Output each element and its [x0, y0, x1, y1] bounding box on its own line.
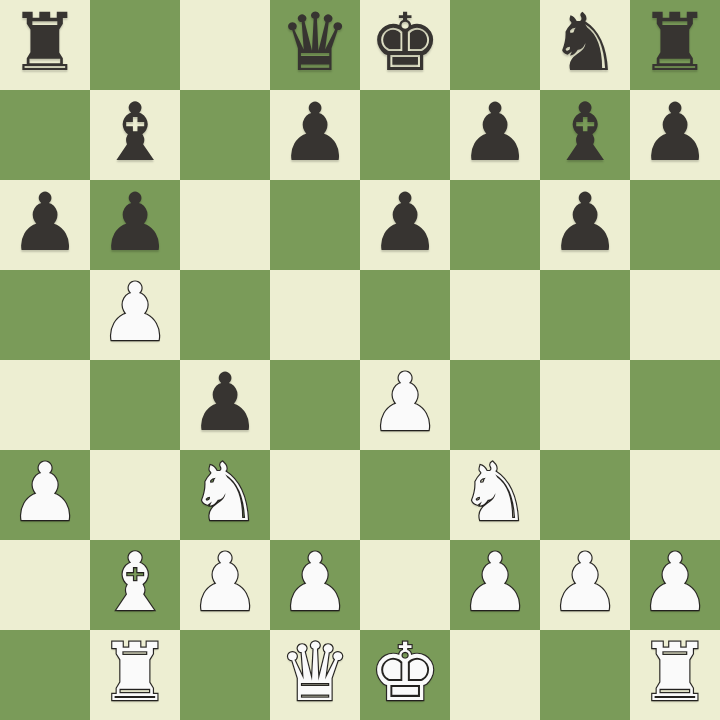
- square-f2[interactable]: ♟: [450, 540, 540, 630]
- square-e3[interactable]: [360, 450, 450, 540]
- square-b6[interactable]: ♟: [90, 180, 180, 270]
- square-d3[interactable]: [270, 450, 360, 540]
- piece-white-knight[interactable]: ♞: [189, 448, 261, 538]
- square-g7[interactable]: ♝: [540, 90, 630, 180]
- square-f8[interactable]: [450, 0, 540, 90]
- square-c8[interactable]: [180, 0, 270, 90]
- square-d8[interactable]: ♛: [270, 0, 360, 90]
- piece-black-knight[interactable]: ♞: [549, 0, 621, 88]
- piece-black-king[interactable]: ♚: [369, 0, 441, 88]
- square-a6[interactable]: ♟: [0, 180, 90, 270]
- square-c1[interactable]: [180, 630, 270, 720]
- square-f7[interactable]: ♟: [450, 90, 540, 180]
- square-a1[interactable]: [0, 630, 90, 720]
- square-g4[interactable]: [540, 360, 630, 450]
- piece-black-pawn[interactable]: ♟: [9, 178, 81, 268]
- square-d2[interactable]: ♟: [270, 540, 360, 630]
- square-g6[interactable]: ♟: [540, 180, 630, 270]
- piece-white-pawn[interactable]: ♟: [369, 358, 441, 448]
- square-e1[interactable]: ♚: [360, 630, 450, 720]
- square-b8[interactable]: [90, 0, 180, 90]
- piece-black-queen[interactable]: ♛: [279, 0, 351, 88]
- square-c6[interactable]: [180, 180, 270, 270]
- piece-white-pawn[interactable]: ♟: [549, 538, 621, 628]
- square-c7[interactable]: [180, 90, 270, 180]
- piece-black-pawn[interactable]: ♟: [369, 178, 441, 268]
- square-a5[interactable]: [0, 270, 90, 360]
- piece-black-pawn[interactable]: ♟: [279, 88, 351, 178]
- square-a8[interactable]: ♜: [0, 0, 90, 90]
- square-c2[interactable]: ♟: [180, 540, 270, 630]
- square-f4[interactable]: [450, 360, 540, 450]
- square-d1[interactable]: ♛: [270, 630, 360, 720]
- piece-black-pawn[interactable]: ♟: [99, 178, 171, 268]
- square-e7[interactable]: [360, 90, 450, 180]
- square-e5[interactable]: [360, 270, 450, 360]
- piece-black-pawn[interactable]: ♟: [549, 178, 621, 268]
- square-b1[interactable]: ♜: [90, 630, 180, 720]
- square-c3[interactable]: ♞: [180, 450, 270, 540]
- square-e8[interactable]: ♚: [360, 0, 450, 90]
- piece-black-rook[interactable]: ♜: [9, 0, 81, 88]
- square-h3[interactable]: [630, 450, 720, 540]
- piece-white-pawn[interactable]: ♟: [279, 538, 351, 628]
- square-a2[interactable]: [0, 540, 90, 630]
- square-b4[interactable]: [90, 360, 180, 450]
- square-h4[interactable]: [630, 360, 720, 450]
- piece-white-pawn[interactable]: ♟: [99, 268, 171, 358]
- piece-black-bishop[interactable]: ♝: [549, 88, 621, 178]
- square-h7[interactable]: ♟: [630, 90, 720, 180]
- square-d4[interactable]: [270, 360, 360, 450]
- square-f5[interactable]: [450, 270, 540, 360]
- piece-white-pawn[interactable]: ♟: [189, 538, 261, 628]
- square-g2[interactable]: ♟: [540, 540, 630, 630]
- piece-black-bishop[interactable]: ♝: [99, 88, 171, 178]
- square-c5[interactable]: [180, 270, 270, 360]
- square-c4[interactable]: ♟: [180, 360, 270, 450]
- square-g5[interactable]: [540, 270, 630, 360]
- square-g8[interactable]: ♞: [540, 0, 630, 90]
- square-f1[interactable]: [450, 630, 540, 720]
- square-h2[interactable]: ♟: [630, 540, 720, 630]
- piece-black-rook[interactable]: ♜: [639, 0, 711, 88]
- piece-white-pawn[interactable]: ♟: [9, 448, 81, 538]
- square-h6[interactable]: [630, 180, 720, 270]
- square-e2[interactable]: [360, 540, 450, 630]
- chess-board: ♜♛♚♞♜♝♟♟♝♟♟♟♟♟♟♟♟♟♞♞♝♟♟♟♟♟♜♛♚♜: [0, 0, 720, 720]
- square-a3[interactable]: ♟: [0, 450, 90, 540]
- piece-white-queen[interactable]: ♛: [279, 628, 351, 718]
- piece-white-knight[interactable]: ♞: [459, 448, 531, 538]
- piece-white-rook[interactable]: ♜: [99, 628, 171, 718]
- piece-white-pawn[interactable]: ♟: [459, 538, 531, 628]
- square-b3[interactable]: [90, 450, 180, 540]
- square-f6[interactable]: [450, 180, 540, 270]
- piece-white-rook[interactable]: ♜: [639, 628, 711, 718]
- square-a7[interactable]: [0, 90, 90, 180]
- square-g3[interactable]: [540, 450, 630, 540]
- square-b7[interactable]: ♝: [90, 90, 180, 180]
- square-b5[interactable]: ♟: [90, 270, 180, 360]
- piece-black-pawn[interactable]: ♟: [639, 88, 711, 178]
- square-h8[interactable]: ♜: [630, 0, 720, 90]
- square-d6[interactable]: [270, 180, 360, 270]
- square-h1[interactable]: ♜: [630, 630, 720, 720]
- square-h5[interactable]: [630, 270, 720, 360]
- square-g1[interactable]: [540, 630, 630, 720]
- square-d7[interactable]: ♟: [270, 90, 360, 180]
- piece-black-pawn[interactable]: ♟: [459, 88, 531, 178]
- piece-white-king[interactable]: ♚: [369, 628, 441, 718]
- square-a4[interactable]: [0, 360, 90, 450]
- square-d5[interactable]: [270, 270, 360, 360]
- square-e6[interactable]: ♟: [360, 180, 450, 270]
- square-f3[interactable]: ♞: [450, 450, 540, 540]
- square-e4[interactable]: ♟: [360, 360, 450, 450]
- piece-white-bishop[interactable]: ♝: [99, 538, 171, 628]
- square-b2[interactable]: ♝: [90, 540, 180, 630]
- piece-black-pawn[interactable]: ♟: [189, 358, 261, 448]
- piece-white-pawn[interactable]: ♟: [639, 538, 711, 628]
